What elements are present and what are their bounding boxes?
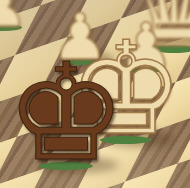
chess-photo: ♟♟♟♛♚♚	[0, 0, 190, 188]
dark-king: ♚	[6, 46, 126, 180]
white-base-top-left: ♟	[0, 0, 28, 35]
